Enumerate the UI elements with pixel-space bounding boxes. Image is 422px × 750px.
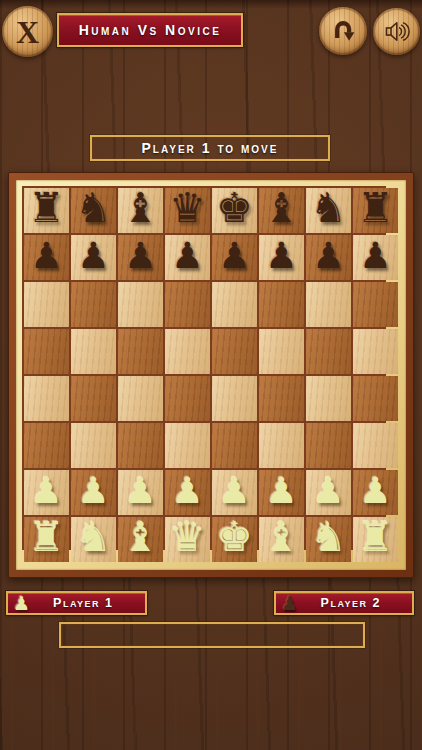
- undo-button[interactable]: [319, 7, 367, 55]
- square-g7[interactable]: ♟: [306, 235, 351, 280]
- square-c2[interactable]: ♟: [118, 470, 163, 515]
- square-e2[interactable]: ♟: [212, 470, 257, 515]
- square-d8[interactable]: ♛: [165, 188, 210, 233]
- square-c8[interactable]: ♝: [118, 188, 163, 233]
- white-bishop[interactable]: ♝: [122, 515, 159, 560]
- black-pawn[interactable]: ♟: [218, 233, 250, 278]
- white-pawn[interactable]: ♟: [124, 468, 156, 513]
- black-pawn[interactable]: ♟: [124, 233, 156, 278]
- square-e5[interactable]: [212, 329, 257, 374]
- square-g3[interactable]: [306, 423, 351, 468]
- square-b8[interactable]: ♞: [71, 188, 116, 233]
- board-gold-trim: ♜♞♝♛♚♝♞♜♟♟♟♟♟♟♟♟♟♟♟♟♟♟♟♟♜♞♝♛♚♝♞♜: [16, 180, 406, 570]
- square-e6[interactable]: [212, 282, 257, 327]
- white-rook[interactable]: ♜: [357, 515, 394, 560]
- white-rook[interactable]: ♜: [28, 515, 65, 560]
- square-h6[interactable]: [353, 282, 398, 327]
- player2-label: Player 2: [300, 596, 402, 610]
- square-b6[interactable]: [71, 282, 116, 327]
- black-knight[interactable]: ♞: [310, 186, 347, 231]
- white-king[interactable]: ♚: [216, 515, 253, 560]
- game-mode-banner: Human Vs Novice: [57, 13, 243, 47]
- square-g2[interactable]: ♟: [306, 470, 351, 515]
- square-b5[interactable]: [71, 329, 116, 374]
- square-h3[interactable]: [353, 423, 398, 468]
- black-pawn[interactable]: ♟: [77, 233, 109, 278]
- square-a1[interactable]: ♜: [24, 517, 69, 562]
- white-pawn[interactable]: ♟: [30, 468, 62, 513]
- square-h4[interactable]: [353, 376, 398, 421]
- white-pawn[interactable]: ♟: [77, 468, 109, 513]
- black-pawn[interactable]: ♟: [359, 233, 391, 278]
- square-h8[interactable]: ♜: [353, 188, 398, 233]
- square-a6[interactable]: [24, 282, 69, 327]
- square-e8[interactable]: ♚: [212, 188, 257, 233]
- square-c5[interactable]: [118, 329, 163, 374]
- square-c3[interactable]: [118, 423, 163, 468]
- sound-button[interactable]: [373, 8, 420, 55]
- square-d4[interactable]: [165, 376, 210, 421]
- square-e7[interactable]: ♟: [212, 235, 257, 280]
- square-a7[interactable]: ♟: [24, 235, 69, 280]
- square-d5[interactable]: [165, 329, 210, 374]
- game-screen: X Human Vs Novice Player 1 to move ♜♞♝♛♚…: [0, 0, 422, 750]
- square-g6[interactable]: [306, 282, 351, 327]
- square-g1[interactable]: ♞: [306, 517, 351, 562]
- square-c7[interactable]: ♟: [118, 235, 163, 280]
- white-pawn-icon: ♟: [13, 594, 32, 613]
- black-rook[interactable]: ♜: [357, 186, 394, 231]
- square-f8[interactable]: ♝: [259, 188, 304, 233]
- square-d7[interactable]: ♟: [165, 235, 210, 280]
- game-mode-title: Human Vs Novice: [79, 22, 222, 38]
- black-pawn[interactable]: ♟: [265, 233, 297, 278]
- white-bishop[interactable]: ♝: [263, 515, 300, 560]
- black-bishop[interactable]: ♝: [122, 186, 159, 231]
- square-h5[interactable]: [353, 329, 398, 374]
- speaker-icon: [381, 16, 412, 47]
- white-pawn[interactable]: ♟: [312, 468, 344, 513]
- square-d2[interactable]: ♟: [165, 470, 210, 515]
- square-g4[interactable]: [306, 376, 351, 421]
- black-king[interactable]: ♚: [216, 186, 253, 231]
- square-h1[interactable]: ♜: [353, 517, 398, 562]
- square-b2[interactable]: ♟: [71, 470, 116, 515]
- square-g5[interactable]: [306, 329, 351, 374]
- square-f4[interactable]: [259, 376, 304, 421]
- square-h7[interactable]: ♟: [353, 235, 398, 280]
- player1-label: Player 1: [32, 596, 135, 610]
- undo-arrow-icon: [327, 15, 359, 47]
- white-queen[interactable]: ♛: [169, 515, 206, 560]
- black-queen[interactable]: ♛: [169, 186, 206, 231]
- player2-banner: ♟ Player 2: [274, 591, 414, 615]
- square-c6[interactable]: [118, 282, 163, 327]
- square-a5[interactable]: [24, 329, 69, 374]
- square-d1[interactable]: ♛: [165, 517, 210, 562]
- square-b7[interactable]: ♟: [71, 235, 116, 280]
- white-pawn[interactable]: ♟: [265, 468, 297, 513]
- close-button[interactable]: X: [2, 6, 53, 57]
- square-f6[interactable]: [259, 282, 304, 327]
- square-g8[interactable]: ♞: [306, 188, 351, 233]
- square-b4[interactable]: [71, 376, 116, 421]
- square-f7[interactable]: ♟: [259, 235, 304, 280]
- square-b3[interactable]: [71, 423, 116, 468]
- square-a3[interactable]: [24, 423, 69, 468]
- white-pawn[interactable]: ♟: [359, 468, 391, 513]
- square-d3[interactable]: [165, 423, 210, 468]
- white-pawn[interactable]: ♟: [218, 468, 250, 513]
- black-rook[interactable]: ♜: [28, 186, 65, 231]
- square-f5[interactable]: [259, 329, 304, 374]
- player1-banner: ♟ Player 1: [6, 591, 147, 615]
- square-f2[interactable]: ♟: [259, 470, 304, 515]
- square-e1[interactable]: ♚: [212, 517, 257, 562]
- board-frame: ♜♞♝♛♚♝♞♜♟♟♟♟♟♟♟♟♟♟♟♟♟♟♟♟♜♞♝♛♚♝♞♜: [8, 172, 414, 578]
- square-b1[interactable]: ♞: [71, 517, 116, 562]
- white-knight[interactable]: ♞: [75, 515, 112, 560]
- square-a2[interactable]: ♟: [24, 470, 69, 515]
- black-bishop[interactable]: ♝: [263, 186, 300, 231]
- close-x-icon: X: [16, 16, 39, 48]
- square-c1[interactable]: ♝: [118, 517, 163, 562]
- white-knight[interactable]: ♞: [310, 515, 347, 560]
- square-e4[interactable]: [212, 376, 257, 421]
- square-f3[interactable]: [259, 423, 304, 468]
- square-c4[interactable]: [118, 376, 163, 421]
- chess-board[interactable]: ♜♞♝♛♚♝♞♜♟♟♟♟♟♟♟♟♟♟♟♟♟♟♟♟♜♞♝♛♚♝♞♜: [22, 186, 386, 550]
- turn-status-banner: Player 1 to move: [90, 135, 330, 161]
- black-pawn[interactable]: ♟: [171, 233, 203, 278]
- square-e3[interactable]: [212, 423, 257, 468]
- square-a8[interactable]: ♜: [24, 188, 69, 233]
- black-pawn[interactable]: ♟: [312, 233, 344, 278]
- black-pawn[interactable]: ♟: [30, 233, 62, 278]
- black-pawn-icon: ♟: [281, 594, 300, 613]
- square-a4[interactable]: [24, 376, 69, 421]
- square-h2[interactable]: ♟: [353, 470, 398, 515]
- black-knight[interactable]: ♞: [75, 186, 112, 231]
- square-f1[interactable]: ♝: [259, 517, 304, 562]
- move-list-box: [59, 622, 365, 648]
- square-d6[interactable]: [165, 282, 210, 327]
- white-pawn[interactable]: ♟: [171, 468, 203, 513]
- turn-status-text: Player 1 to move: [142, 140, 279, 156]
